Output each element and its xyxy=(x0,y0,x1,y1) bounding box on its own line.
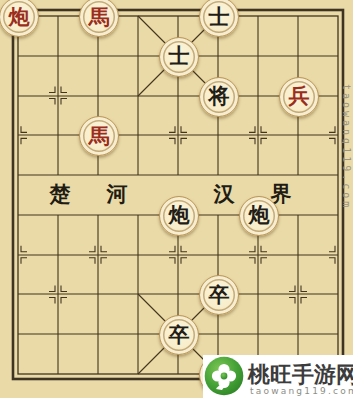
piece-red-兵[interactable]: 兵 xyxy=(279,77,319,117)
piece-glyph: 馬 xyxy=(89,125,110,146)
river-char-chu: 楚 xyxy=(45,179,75,209)
watermark-site-url: taowang119.com xyxy=(250,386,353,396)
piece-black-士[interactable]: 士 xyxy=(159,37,199,77)
piece-glyph: 卒 xyxy=(209,284,230,305)
piece-black-炮[interactable]: 炮 xyxy=(239,196,279,236)
piece-glyph: 炮 xyxy=(249,204,270,225)
piece-glyph: 将 xyxy=(209,85,230,106)
piece-glyph: 炮 xyxy=(9,6,30,27)
river-char-han: 汉 xyxy=(209,179,239,209)
piece-black-炮[interactable]: 炮 xyxy=(159,196,199,236)
piece-black-卒[interactable]: 卒 xyxy=(159,315,199,355)
clover-logo-icon xyxy=(204,356,244,396)
river-char-he: 河 xyxy=(102,179,132,209)
piece-glyph: 卒 xyxy=(169,324,190,345)
piece-glyph: 士 xyxy=(209,6,230,27)
piece-glyph: 馬 xyxy=(89,6,110,27)
piece-glyph: 士 xyxy=(169,45,190,66)
watermark-plate: 桃旺手游网 taowang119.com xyxy=(203,355,353,398)
piece-black-将[interactable]: 将 xyxy=(199,77,239,117)
piece-glyph: 炮 xyxy=(169,204,190,225)
piece-glyph: 兵 xyxy=(289,85,310,106)
watermark-side-url: taowang119.com xyxy=(341,84,352,210)
xiangqi-puzzle-screenshot: 楚 河 汉 界 炮馬士士将兵馬炮炮卒卒帥 taowang119.com 桃旺手游… xyxy=(0,0,353,398)
